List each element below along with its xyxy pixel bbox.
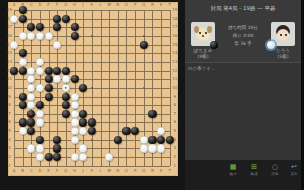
coordinate-label: S: [160, 3, 163, 7]
coordinate-label: K: [91, 169, 94, 173]
coordinate-label: R: [151, 169, 154, 173]
black-stone: [19, 49, 27, 57]
player-white-label: たろう (5級): [265, 48, 301, 59]
white-stone: [36, 66, 44, 74]
white-stone: [70, 92, 78, 100]
moves-record-icon: ⊞: [244, 163, 264, 172]
coordinate-label: 10: [7, 86, 12, 90]
analyze-board-icon: ▦: [223, 163, 243, 172]
dog-ear-icon: [207, 26, 212, 33]
coordinate-label: 14: [172, 51, 177, 55]
bottom-strip: [0, 176, 185, 190]
white-stone: [79, 127, 87, 135]
white-stone: [36, 32, 44, 40]
coordinate-label: Q: [142, 169, 145, 173]
white-stone: [10, 41, 18, 49]
coordinate-label: J: [83, 3, 84, 7]
coordinate-label: L: [99, 3, 101, 7]
coordinate-label: T: [168, 169, 170, 173]
grid-line: [14, 97, 170, 98]
coordinate-label: E: [47, 3, 50, 7]
black-stone: [19, 6, 27, 14]
coordinate-label: O: [125, 3, 128, 7]
black-stone: [27, 118, 35, 126]
coordinate-label: C: [30, 169, 33, 173]
star-point: [91, 35, 93, 37]
coordinate-label: 13: [7, 60, 12, 64]
black-stone: [79, 110, 87, 118]
white-stone: [27, 66, 35, 74]
grid-line: [101, 10, 102, 166]
coordinate-label: P: [134, 3, 136, 7]
coordinate-label: J: [83, 169, 84, 173]
black-stone: [27, 23, 35, 31]
white-stone: [36, 144, 44, 152]
match-info: 持ち時間 10分 残り 0:00 第 76 手: [217, 24, 269, 48]
coordinate-label: 17: [172, 25, 177, 29]
boy-eye-icon: [280, 34, 282, 36]
last-move-marker: [30, 113, 33, 116]
coordinate-label: 14: [7, 51, 12, 55]
white-stone: [36, 118, 44, 126]
black-stone: [19, 101, 27, 109]
black-stone: [19, 15, 27, 23]
black-stone: [62, 101, 70, 109]
player-black-label: ぽちまる (9級): [185, 48, 221, 59]
coordinate-label: G: [64, 3, 67, 7]
coordinate-label: H: [73, 3, 76, 7]
black-stone: [62, 15, 70, 23]
coordinate-label: 9: [173, 95, 176, 99]
black-stone: [10, 66, 18, 74]
black-stone: [53, 23, 61, 31]
black-stone: [79, 84, 87, 92]
black-stone: [45, 92, 53, 100]
white-stone: [148, 144, 156, 152]
white-stone: [19, 127, 27, 135]
coordinate-label: 9: [8, 95, 11, 99]
coordinate-label: 16: [7, 34, 12, 38]
black-stone: [79, 118, 87, 126]
coordinate-label: 4: [8, 138, 11, 142]
black-stone: [148, 136, 156, 144]
black-stone: [53, 15, 61, 23]
black-stone: [62, 110, 70, 118]
coordinate-label: 3: [8, 146, 11, 150]
screen-edge: [301, 0, 304, 190]
settings-button[interactable]: ○ 設定: [265, 163, 285, 177]
game-title: 対局 第4局 - 19路 — 早碁: [185, 5, 301, 12]
black-stone: [53, 153, 61, 161]
boy-eye-icon: [285, 34, 287, 36]
coordinate-label: O: [125, 169, 128, 173]
coordinate-label: D: [38, 169, 41, 173]
white-stone: [10, 15, 18, 23]
black-stone: [70, 23, 78, 31]
white-stone: [27, 84, 35, 92]
coordinate-label: 19: [7, 8, 12, 12]
coordinate-label: 16: [172, 34, 177, 38]
white-stone: [27, 75, 35, 83]
white-stone: [70, 110, 78, 118]
black-stone: [70, 32, 78, 40]
go-board[interactable]: AA1919BB1818CC1717DD1616EE1515FF1414GG13…: [8, 2, 178, 176]
coordinate-label: F: [56, 169, 58, 173]
star-point: [91, 87, 93, 89]
white-stone: [62, 75, 70, 83]
white-stone: [79, 153, 87, 161]
white-stone: [53, 41, 61, 49]
black-stone: [62, 92, 70, 100]
black-stone: [53, 136, 61, 144]
star-point: [143, 87, 145, 89]
coordinate-label: N: [116, 3, 119, 7]
record-button[interactable]: ⊞ 棋譜: [244, 163, 264, 177]
coordinate-label: 10: [172, 86, 177, 90]
white-stone: [105, 153, 113, 161]
black-stone: [19, 66, 27, 74]
settings-circle-icon: ○: [265, 163, 285, 172]
coordinate-label: S: [160, 169, 163, 173]
coordinate-label: 7: [173, 112, 176, 116]
bottom-toolbar: ▦ 検討 ⊞ 棋譜 ○ 設定 ↩ 戻る: [185, 160, 301, 190]
turn-status: 白の番です…: [188, 66, 215, 71]
time-remaining: 残り 0:00: [217, 32, 269, 40]
black-stone: [36, 23, 44, 31]
white-stone: [36, 58, 44, 66]
coordinate-label: 1: [173, 164, 176, 168]
grid-line: [126, 10, 127, 166]
coordinate-label: 5: [8, 129, 11, 133]
white-stone: [70, 101, 78, 109]
black-stone: [140, 41, 148, 49]
time-setting: 持ち時間 10分: [217, 24, 269, 32]
coordinate-label: E: [47, 169, 50, 173]
dog-eye-icon: [199, 32, 201, 34]
white-stone: [140, 136, 148, 144]
coordinate-label: G: [64, 169, 67, 173]
coordinate-label: Q: [142, 3, 145, 7]
white-stone: [19, 58, 27, 66]
coordinate-label: C: [30, 3, 33, 7]
white-stone: [27, 32, 35, 40]
black-stone: [45, 66, 53, 74]
black-stone: [157, 136, 165, 144]
white-stone: [70, 136, 78, 144]
black-stone: [88, 127, 96, 135]
black-stone: [53, 66, 61, 74]
player-black-avatar: [191, 22, 215, 46]
coordinate-label: F: [56, 3, 58, 7]
coordinate-label: P: [134, 169, 136, 173]
coordinate-label: 6: [173, 120, 176, 124]
coordinate-label: 7: [8, 112, 11, 116]
coordinate-label: 2: [173, 155, 176, 159]
grid-line: [109, 10, 110, 166]
white-stone: [140, 144, 148, 152]
black-stone: [114, 136, 122, 144]
white-stone: [70, 153, 78, 161]
black-stone: [19, 118, 27, 126]
move-list-area: [185, 63, 301, 160]
white-stone: [19, 32, 27, 40]
coordinate-label: 8: [8, 103, 11, 107]
white-stone: [157, 144, 165, 152]
coordinate-label: 11: [7, 77, 12, 81]
black-stone: [166, 136, 174, 144]
black-stone: [131, 127, 139, 135]
grid-line: [14, 166, 170, 167]
white-stone: [70, 118, 78, 126]
coordinate-label: 5: [173, 129, 176, 133]
black-stone: [36, 136, 44, 144]
coordinate-label: 19: [172, 8, 177, 12]
black-stone: [45, 153, 53, 161]
white-stone: [36, 110, 44, 118]
coordinate-label: A: [13, 3, 16, 7]
white-stone: [36, 84, 44, 92]
coordinate-label: 12: [172, 69, 177, 73]
coordinate-label: L: [99, 169, 101, 173]
coordinate-label: 11: [172, 77, 177, 81]
white-stone: [157, 127, 165, 135]
star-point: [91, 139, 93, 141]
black-stone: [70, 75, 78, 83]
coordinate-label: N: [116, 169, 119, 173]
star-point: [143, 35, 145, 37]
coordinate-label: D: [38, 3, 41, 7]
coordinate-label: A: [13, 169, 16, 173]
coordinate-label: 1: [8, 164, 11, 168]
white-stone: [36, 153, 44, 161]
coordinate-label: 13: [172, 60, 177, 64]
black-stone: [45, 75, 53, 83]
boy-face-icon: [277, 29, 289, 41]
white-stone: [27, 144, 35, 152]
white-stone: [27, 92, 35, 100]
player-white-rank: (5級): [265, 54, 301, 60]
white-stone: [70, 127, 78, 135]
black-stone: [27, 127, 35, 135]
coordinate-label: K: [91, 3, 94, 7]
black-stone: [62, 66, 70, 74]
aux-marker: [65, 87, 68, 90]
coordinate-label: 4: [173, 138, 176, 142]
black-stone: [88, 118, 96, 126]
player-black-rank: (9級): [185, 54, 221, 60]
coordinate-label: 2: [8, 155, 11, 159]
coordinate-label: H: [73, 169, 76, 173]
white-stone: [79, 144, 87, 152]
black-stone: [45, 84, 53, 92]
coordinate-label: 15: [172, 43, 177, 47]
dog-eye-icon: [205, 32, 207, 34]
coordinate-label: 18: [172, 17, 177, 21]
black-stone: [36, 101, 44, 109]
app-window: AA1919BB1818CC1717DD1616EE1515FF1414GG13…: [0, 0, 304, 190]
coordinate-label: 3: [173, 146, 176, 150]
coordinate-label: M: [107, 3, 110, 7]
grid-line: [135, 10, 136, 166]
white-stone: [53, 75, 61, 83]
analyze-button[interactable]: ▦ 検討: [223, 163, 243, 177]
coordinate-label: B: [21, 169, 24, 173]
black-stone: [53, 144, 61, 152]
white-stone: [45, 32, 53, 40]
coordinate-label: 6: [8, 120, 11, 124]
black-stone: [148, 110, 156, 118]
coordinate-label: 17: [7, 25, 12, 29]
coordinate-label: 8: [173, 103, 176, 107]
game-info-panel: 対局 第4局 - 19路 — 早碁 持ち時間 10分 残り 0:00 第 76 …: [185, 0, 301, 178]
black-stone: [122, 127, 130, 135]
coordinate-label: M: [107, 169, 110, 173]
white-stone: [27, 101, 35, 109]
player-white-avatar: [271, 22, 295, 46]
coordinate-label: T: [168, 3, 170, 7]
black-stone: [19, 92, 27, 100]
move-counter[interactable]: 第 76 手: [217, 40, 269, 48]
coordinate-label: R: [151, 3, 154, 7]
